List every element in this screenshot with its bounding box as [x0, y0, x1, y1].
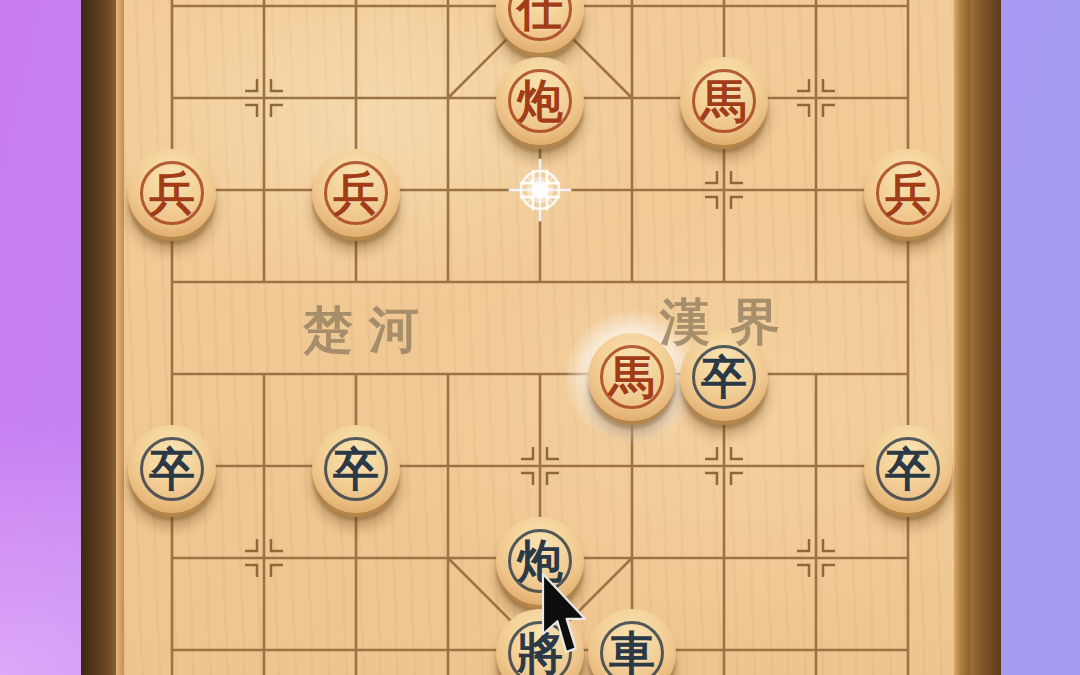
piece-character: 仕 [496, 0, 584, 53]
piece-black-chariot-f8[interactable]: 車 [588, 609, 676, 675]
piece-red-soldier-i3[interactable]: 兵 [864, 149, 952, 237]
piece-character: 兵 [864, 149, 952, 237]
piece-character: 卒 [128, 425, 216, 513]
piece-black-cannon-e7[interactable]: 炮 [496, 517, 584, 605]
river-label-left: 楚河 [303, 305, 435, 355]
river-label-right: 漢界 [660, 297, 800, 347]
piece-black-soldier-a6[interactable]: 卒 [128, 425, 216, 513]
intersection-grid: 仕炮馬兵兵兵馬卒卒卒卒炮將車 [126, 0, 954, 675]
piece-character: 將 [496, 609, 584, 675]
piece-red-soldier-a3[interactable]: 兵 [128, 149, 216, 237]
piece-character: 卒 [312, 425, 400, 513]
piece-red-soldier-c3[interactable]: 兵 [312, 149, 400, 237]
piece-character: 卒 [864, 425, 952, 513]
piece-black-soldier-c6[interactable]: 卒 [312, 425, 400, 513]
piece-character: 兵 [312, 149, 400, 237]
game-screen: 仕炮馬兵兵兵馬卒卒卒卒炮將車 楚河 漢界 [0, 0, 1080, 675]
piece-red-advisor-e1[interactable]: 仕 [496, 0, 584, 53]
piece-character: 車 [588, 609, 676, 675]
piece-character: 炮 [496, 517, 584, 605]
piece-red-horse-g2[interactable]: 馬 [680, 57, 768, 145]
piece-black-general-e8[interactable]: 將 [496, 609, 584, 675]
piece-character: 炮 [496, 57, 584, 145]
xiangqi-board[interactable]: 仕炮馬兵兵兵馬卒卒卒卒炮將車 [81, 0, 1001, 675]
piece-character: 兵 [128, 149, 216, 237]
piece-character: 馬 [680, 57, 768, 145]
piece-black-soldier-i6[interactable]: 卒 [864, 425, 952, 513]
piece-red-cannon-e2[interactable]: 炮 [496, 57, 584, 145]
